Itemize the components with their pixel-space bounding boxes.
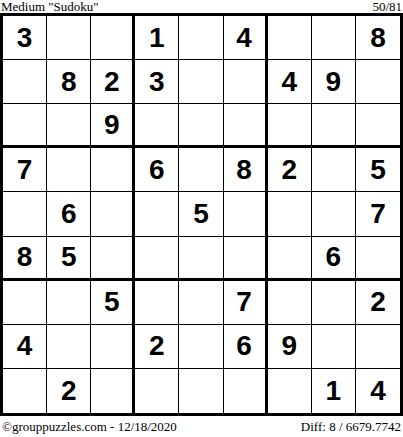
sudoku-cell-r4c7: 2	[268, 148, 312, 192]
sudoku-cell-r7c3: 5	[91, 281, 135, 325]
sudoku-cell-r8c1: 4	[3, 325, 47, 369]
sudoku-cell-r4c6: 8	[224, 148, 268, 192]
sudoku-cell-r5c3	[91, 192, 135, 236]
sudoku-cell-r9c5	[179, 369, 223, 413]
sudoku-cell-r1c1: 3	[3, 16, 47, 60]
sudoku-cell-r4c3	[91, 148, 135, 192]
sudoku-cell-r1c2	[47, 16, 91, 60]
sudoku-cell-r5c5: 5	[179, 192, 223, 236]
sudoku-cell-r7c2	[47, 281, 91, 325]
sudoku-cell-r8c7: 9	[268, 325, 312, 369]
sudoku-cell-r5c4	[135, 192, 179, 236]
sudoku-cell-r2c1	[3, 60, 47, 104]
sudoku-cell-r3c7	[268, 104, 312, 148]
copyright-credit: ©grouppuzzles.com - 12/18/2020	[2, 419, 177, 434]
sudoku-cell-r4c8	[312, 148, 356, 192]
sudoku-grid: 3148823499768256578565724269214	[0, 13, 403, 416]
sudoku-cell-r6c5	[179, 237, 223, 281]
sudoku-cell-r2c7: 4	[268, 60, 312, 104]
sudoku-cell-r6c8: 6	[312, 237, 356, 281]
sudoku-cell-r2c5	[179, 60, 223, 104]
sudoku-cell-r9c9: 4	[356, 369, 400, 413]
sudoku-cell-r5c7	[268, 192, 312, 236]
sudoku-cell-r6c1: 8	[3, 237, 47, 281]
sudoku-cell-r9c8: 1	[312, 369, 356, 413]
sudoku-cell-r8c2	[47, 325, 91, 369]
sudoku-cell-r7c1	[3, 281, 47, 325]
sudoku-cell-r7c7	[268, 281, 312, 325]
sudoku-cell-r5c2: 6	[47, 192, 91, 236]
sudoku-cell-r2c4: 3	[135, 60, 179, 104]
sudoku-cell-r3c5	[179, 104, 223, 148]
sudoku-cell-r8c8	[312, 325, 356, 369]
sudoku-cell-r3c9	[356, 104, 400, 148]
sudoku-cell-r5c1	[3, 192, 47, 236]
sudoku-cell-r9c1	[3, 369, 47, 413]
blank-counter: 50/81	[372, 0, 402, 13]
sudoku-cell-r6c9	[356, 237, 400, 281]
sudoku-cell-r1c6: 4	[224, 16, 268, 60]
sudoku-cell-r4c4: 6	[135, 148, 179, 192]
sudoku-cell-r8c4: 2	[135, 325, 179, 369]
sudoku-cell-r1c7	[268, 16, 312, 60]
sudoku-cell-r8c5	[179, 325, 223, 369]
sudoku-cell-r1c9: 8	[356, 16, 400, 60]
sudoku-cell-r3c6	[224, 104, 268, 148]
sudoku-cell-r2c9	[356, 60, 400, 104]
sudoku-cell-r4c9: 5	[356, 148, 400, 192]
sudoku-page: Medium "Sudoku" 50/81 314882349976825657…	[0, 0, 403, 437]
sudoku-cell-r7c4	[135, 281, 179, 325]
sudoku-cell-r3c3: 9	[91, 104, 135, 148]
sudoku-cell-r2c8: 9	[312, 60, 356, 104]
sudoku-cell-r6c2: 5	[47, 237, 91, 281]
sudoku-cell-r3c1	[3, 104, 47, 148]
sudoku-cell-r1c4: 1	[135, 16, 179, 60]
sudoku-cell-r8c3	[91, 325, 135, 369]
sudoku-cell-r5c9: 7	[356, 192, 400, 236]
sudoku-cell-r7c5	[179, 281, 223, 325]
sudoku-cell-r9c7	[268, 369, 312, 413]
header: Medium "Sudoku" 50/81	[0, 0, 403, 13]
difficulty-rating: Diff: 8 / 6679.7742	[301, 419, 401, 434]
sudoku-cell-r4c2	[47, 148, 91, 192]
sudoku-cell-r7c8	[312, 281, 356, 325]
sudoku-cell-r8c9	[356, 325, 400, 369]
sudoku-cell-r6c6	[224, 237, 268, 281]
sudoku-cell-r2c3: 2	[91, 60, 135, 104]
puzzle-title: Medium "Sudoku"	[1, 0, 99, 13]
sudoku-cell-r6c4	[135, 237, 179, 281]
sudoku-cell-r7c9: 2	[356, 281, 400, 325]
sudoku-cell-r4c5	[179, 148, 223, 192]
sudoku-cell-r2c2: 8	[47, 60, 91, 104]
sudoku-cell-r3c2	[47, 104, 91, 148]
sudoku-cell-r5c8	[312, 192, 356, 236]
sudoku-cell-r6c3	[91, 237, 135, 281]
sudoku-cell-r7c6: 7	[224, 281, 268, 325]
sudoku-cell-r8c6: 6	[224, 325, 268, 369]
sudoku-cell-r1c8	[312, 16, 356, 60]
sudoku-cell-r1c3	[91, 16, 135, 60]
footer: ©grouppuzzles.com - 12/18/2020 Diff: 8 /…	[0, 419, 403, 434]
sudoku-cell-r9c4	[135, 369, 179, 413]
sudoku-cell-r5c6	[224, 192, 268, 236]
sudoku-cell-r2c6	[224, 60, 268, 104]
sudoku-cell-r3c8	[312, 104, 356, 148]
sudoku-cell-r9c6	[224, 369, 268, 413]
sudoku-cell-r6c7	[268, 237, 312, 281]
sudoku-cell-r1c5	[179, 16, 223, 60]
sudoku-cell-r9c2: 2	[47, 369, 91, 413]
sudoku-cell-r3c4	[135, 104, 179, 148]
sudoku-cell-r9c3	[91, 369, 135, 413]
sudoku-cell-r4c1: 7	[3, 148, 47, 192]
